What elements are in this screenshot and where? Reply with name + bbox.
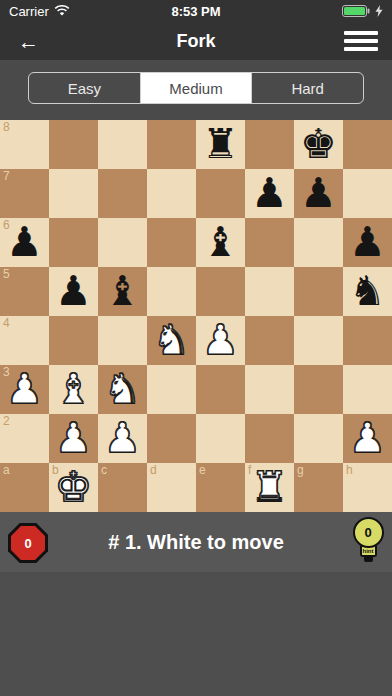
menu-bar xyxy=(344,31,378,35)
square-g4[interactable] xyxy=(294,316,343,365)
square-a5[interactable]: 5 xyxy=(0,267,49,316)
file-label-h: h xyxy=(346,464,353,477)
file-label-g: g xyxy=(297,464,304,477)
square-e4[interactable]: ♟ xyxy=(196,316,245,365)
square-h6[interactable]: ♟ xyxy=(343,218,392,267)
square-e8[interactable]: ♜ xyxy=(196,120,245,169)
square-g5[interactable] xyxy=(294,267,343,316)
white-knight[interactable]: ♞ xyxy=(98,365,147,414)
tab-easy[interactable]: Easy xyxy=(29,73,140,103)
menu-bar xyxy=(344,39,378,43)
square-a7[interactable]: 7 xyxy=(0,169,49,218)
back-button[interactable]: ← xyxy=(18,31,39,52)
wrong-count: 0 xyxy=(24,536,31,551)
square-a6[interactable]: 6♟ xyxy=(0,218,49,267)
battery-icon xyxy=(342,5,370,17)
tab-hard[interactable]: Hard xyxy=(251,73,363,103)
square-g1[interactable]: g xyxy=(294,463,343,512)
square-a2[interactable]: 2 xyxy=(0,414,49,463)
move-status-text: # 1. White to move xyxy=(0,531,392,554)
square-g3[interactable] xyxy=(294,365,343,414)
square-c8[interactable] xyxy=(98,120,147,169)
square-h4[interactable] xyxy=(343,316,392,365)
square-f8[interactable] xyxy=(245,120,294,169)
square-h1[interactable]: h xyxy=(343,463,392,512)
square-f2[interactable] xyxy=(245,414,294,463)
square-f6[interactable] xyxy=(245,218,294,267)
menu-button[interactable] xyxy=(344,31,378,51)
black-pawn[interactable]: ♟ xyxy=(294,169,343,218)
square-a3[interactable]: 3♟ xyxy=(0,365,49,414)
square-b8[interactable] xyxy=(49,120,98,169)
square-h8[interactable] xyxy=(343,120,392,169)
square-e5[interactable] xyxy=(196,267,245,316)
square-c1[interactable]: c xyxy=(98,463,147,512)
square-c7[interactable] xyxy=(98,169,147,218)
chess-board: 8♜♚7♟♟6♟♝♟5♟♝♞4♞♟3♟♝♞2♟♟♟ab♚cdef♜gh xyxy=(0,120,392,512)
status-bar: Carrier 8:53 PM xyxy=(0,0,392,22)
square-g6[interactable] xyxy=(294,218,343,267)
white-knight[interactable]: ♞ xyxy=(147,316,196,365)
square-f4[interactable] xyxy=(245,316,294,365)
white-pawn[interactable]: ♟ xyxy=(196,316,245,365)
tab-medium[interactable]: Medium xyxy=(140,73,252,103)
square-e1[interactable]: e xyxy=(196,463,245,512)
file-label-c: c xyxy=(101,464,107,477)
square-g8[interactable]: ♚ xyxy=(294,120,343,169)
square-h7[interactable] xyxy=(343,169,392,218)
square-d7[interactable] xyxy=(147,169,196,218)
bulb-base xyxy=(364,557,373,562)
square-b6[interactable] xyxy=(49,218,98,267)
square-a8[interactable]: 8 xyxy=(0,120,49,169)
square-e6[interactable]: ♝ xyxy=(196,218,245,267)
square-g7[interactable]: ♟ xyxy=(294,169,343,218)
carrier-label: Carrier xyxy=(9,4,49,19)
square-b2[interactable]: ♟ xyxy=(49,414,98,463)
square-d2[interactable] xyxy=(147,414,196,463)
black-pawn[interactable]: ♟ xyxy=(343,218,392,267)
black-king[interactable]: ♚ xyxy=(294,120,343,169)
white-pawn[interactable]: ♟ xyxy=(49,414,98,463)
black-bishop[interactable]: ♝ xyxy=(98,267,147,316)
rank-label-7: 7 xyxy=(3,170,10,183)
square-b5[interactable]: ♟ xyxy=(49,267,98,316)
menu-bar xyxy=(344,47,378,51)
square-c2[interactable]: ♟ xyxy=(98,414,147,463)
white-rook[interactable]: ♜ xyxy=(245,463,294,512)
hint-button[interactable]: 0 hint xyxy=(351,517,385,562)
file-label-a: a xyxy=(3,464,10,477)
square-f5[interactable] xyxy=(245,267,294,316)
status-time: 8:53 PM xyxy=(171,4,220,19)
charging-bolt-icon xyxy=(375,5,383,17)
difficulty-tabs: EasyMediumHard xyxy=(28,72,364,104)
square-d3[interactable] xyxy=(147,365,196,414)
nav-bar: ← Fork xyxy=(0,22,392,60)
file-label-e: e xyxy=(199,464,206,477)
square-g2[interactable] xyxy=(294,414,343,463)
square-a4[interactable]: 4 xyxy=(0,316,49,365)
square-b4[interactable] xyxy=(49,316,98,365)
square-d6[interactable] xyxy=(147,218,196,267)
app-screen: Carrier 8:53 PM ← Fork xyxy=(0,0,392,696)
square-d4[interactable]: ♞ xyxy=(147,316,196,365)
square-h3[interactable] xyxy=(343,365,392,414)
lightbulb-icon: 0 xyxy=(353,517,384,548)
square-h5[interactable]: ♞ xyxy=(343,267,392,316)
square-c4[interactable] xyxy=(98,316,147,365)
black-bishop[interactable]: ♝ xyxy=(196,218,245,267)
white-pawn[interactable]: ♟ xyxy=(343,414,392,463)
rank-label-2: 2 xyxy=(3,415,10,428)
difficulty-tab-area: EasyMediumHard xyxy=(0,60,392,120)
square-e7[interactable] xyxy=(196,169,245,218)
white-pawn[interactable]: ♟ xyxy=(98,414,147,463)
file-label-d: d xyxy=(150,464,157,477)
white-bishop[interactable]: ♝ xyxy=(49,365,98,414)
rank-label-8: 8 xyxy=(3,121,10,134)
square-d1[interactable]: d xyxy=(147,463,196,512)
square-c6[interactable] xyxy=(98,218,147,267)
white-pawn[interactable]: ♟ xyxy=(0,365,49,414)
square-d8[interactable] xyxy=(147,120,196,169)
footer-bar: 0 # 1. White to move 0 hint xyxy=(0,512,392,572)
black-pawn[interactable]: ♟ xyxy=(0,218,49,267)
bottom-filler xyxy=(0,572,392,696)
square-h2[interactable]: ♟ xyxy=(343,414,392,463)
black-knight[interactable]: ♞ xyxy=(343,267,392,316)
page-title: Fork xyxy=(0,31,392,52)
rank-label-5: 5 xyxy=(3,268,10,281)
wifi-icon xyxy=(54,5,70,17)
black-pawn[interactable]: ♟ xyxy=(245,169,294,218)
square-c5[interactable]: ♝ xyxy=(98,267,147,316)
rank-label-4: 4 xyxy=(3,317,10,330)
square-b3[interactable]: ♝ xyxy=(49,365,98,414)
white-king[interactable]: ♚ xyxy=(49,463,98,512)
black-rook[interactable]: ♜ xyxy=(196,120,245,169)
wrong-counter-badge: 0 xyxy=(8,523,48,563)
square-b1[interactable]: b♚ xyxy=(49,463,98,512)
square-d5[interactable] xyxy=(147,267,196,316)
square-c3[interactable]: ♞ xyxy=(98,365,147,414)
hint-count: 0 xyxy=(364,525,371,540)
square-e3[interactable] xyxy=(196,365,245,414)
square-f1[interactable]: f♜ xyxy=(245,463,294,512)
black-pawn[interactable]: ♟ xyxy=(49,267,98,316)
square-b7[interactable] xyxy=(49,169,98,218)
square-a1[interactable]: a xyxy=(0,463,49,512)
square-e2[interactable] xyxy=(196,414,245,463)
square-f7[interactable]: ♟ xyxy=(245,169,294,218)
square-f3[interactable] xyxy=(245,365,294,414)
